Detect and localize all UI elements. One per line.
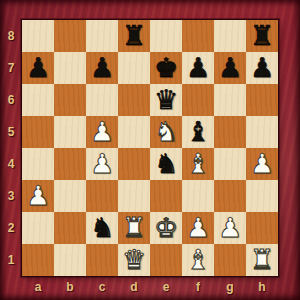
piece-black-knight-c2[interactable]: ♞: [90, 212, 114, 244]
square-c3[interactable]: [86, 180, 118, 212]
square-d4[interactable]: [118, 148, 150, 180]
square-g5[interactable]: [214, 116, 246, 148]
piece-black-pawn-f7[interactable]: ♟: [186, 52, 210, 84]
square-a1[interactable]: [22, 244, 54, 276]
square-f2[interactable]: ♟: [182, 212, 214, 244]
piece-black-pawn-h7[interactable]: ♟: [250, 52, 274, 84]
square-f1[interactable]: ♝: [182, 244, 214, 276]
piece-black-knight-e4[interactable]: ♞: [154, 148, 178, 180]
square-d5[interactable]: [118, 116, 150, 148]
piece-white-bishop-f4[interactable]: ♝: [186, 148, 210, 180]
piece-white-king-e2[interactable]: ♚: [154, 212, 178, 244]
square-a2[interactable]: [22, 212, 54, 244]
rank-labels: 87654321: [0, 20, 22, 276]
square-b8[interactable]: [54, 20, 86, 52]
piece-black-rook-h8[interactable]: ♜: [250, 20, 274, 52]
square-g4[interactable]: [214, 148, 246, 180]
square-g2[interactable]: ♟: [214, 212, 246, 244]
square-h8[interactable]: ♜: [246, 20, 278, 52]
piece-black-pawn-a7[interactable]: ♟: [26, 52, 50, 84]
square-g7[interactable]: ♟: [214, 52, 246, 84]
square-b3[interactable]: [54, 180, 86, 212]
piece-white-pawn-f2[interactable]: ♟: [186, 212, 210, 244]
square-f4[interactable]: ♝: [182, 148, 214, 180]
square-c4[interactable]: ♟: [86, 148, 118, 180]
rank-label-8: 8: [0, 20, 22, 52]
square-a5[interactable]: [22, 116, 54, 148]
rank-label-6: 6: [0, 84, 22, 116]
square-d7[interactable]: [118, 52, 150, 84]
square-b1[interactable]: [54, 244, 86, 276]
square-b4[interactable]: [54, 148, 86, 180]
rank-label-7: 7: [0, 52, 22, 84]
square-e5[interactable]: ♞: [150, 116, 182, 148]
piece-white-rook-d2[interactable]: ♜: [122, 212, 146, 244]
square-c8[interactable]: [86, 20, 118, 52]
rank-label-1: 1: [0, 244, 22, 276]
square-e7[interactable]: ♚: [150, 52, 182, 84]
square-e8[interactable]: [150, 20, 182, 52]
file-label-e: e: [150, 276, 182, 298]
square-e6[interactable]: ♛: [150, 84, 182, 116]
square-b5[interactable]: [54, 116, 86, 148]
piece-black-pawn-g7[interactable]: ♟: [218, 52, 242, 84]
piece-black-rook-d8[interactable]: ♜: [122, 20, 146, 52]
file-label-b: b: [54, 276, 86, 298]
file-label-d: d: [118, 276, 150, 298]
square-e3[interactable]: [150, 180, 182, 212]
piece-white-rook-h1[interactable]: ♜: [250, 244, 274, 276]
square-f8[interactable]: [182, 20, 214, 52]
piece-white-pawn-a3[interactable]: ♟: [26, 180, 50, 212]
square-a7[interactable]: ♟: [22, 52, 54, 84]
square-c6[interactable]: [86, 84, 118, 116]
square-h6[interactable]: [246, 84, 278, 116]
square-b2[interactable]: [54, 212, 86, 244]
square-h5[interactable]: [246, 116, 278, 148]
piece-white-pawn-c5[interactable]: ♟: [90, 116, 114, 148]
square-c1[interactable]: [86, 244, 118, 276]
piece-black-king-e7[interactable]: ♚: [154, 52, 178, 84]
square-f5[interactable]: ♝: [182, 116, 214, 148]
square-d6[interactable]: [118, 84, 150, 116]
rank-label-2: 2: [0, 212, 22, 244]
square-h1[interactable]: ♜: [246, 244, 278, 276]
square-e2[interactable]: ♚: [150, 212, 182, 244]
square-a3[interactable]: ♟: [22, 180, 54, 212]
square-b7[interactable]: [54, 52, 86, 84]
square-d8[interactable]: ♜: [118, 20, 150, 52]
square-b6[interactable]: [54, 84, 86, 116]
square-f7[interactable]: ♟: [182, 52, 214, 84]
rank-label-4: 4: [0, 148, 22, 180]
square-d3[interactable]: [118, 180, 150, 212]
square-e4[interactable]: ♞: [150, 148, 182, 180]
chess-board[interactable]: ♜♜♟♟♚♟♟♟♛♟♞♝♟♞♝♟♟♞♜♚♟♟♛♝♜: [22, 20, 278, 276]
piece-black-bishop-f5[interactable]: ♝: [186, 116, 210, 148]
file-label-c: c: [86, 276, 118, 298]
file-label-a: a: [22, 276, 54, 298]
square-d2[interactable]: ♜: [118, 212, 150, 244]
square-c5[interactable]: ♟: [86, 116, 118, 148]
square-c7[interactable]: ♟: [86, 52, 118, 84]
square-h3[interactable]: [246, 180, 278, 212]
board-frame: 87654321 abcdefgh ♜♜♟♟♚♟♟♟♛♟♞♝♟♞♝♟♟♞♜♚♟♟…: [0, 0, 300, 300]
piece-black-pawn-c7[interactable]: ♟: [90, 52, 114, 84]
rank-label-5: 5: [0, 116, 22, 148]
square-c2[interactable]: ♞: [86, 212, 118, 244]
square-g6[interactable]: [214, 84, 246, 116]
square-h7[interactable]: ♟: [246, 52, 278, 84]
square-e1[interactable]: [150, 244, 182, 276]
square-f3[interactable]: [182, 180, 214, 212]
square-g3[interactable]: [214, 180, 246, 212]
file-label-f: f: [182, 276, 214, 298]
piece-white-bishop-f1[interactable]: ♝: [186, 244, 210, 276]
file-label-h: h: [246, 276, 278, 298]
square-a6[interactable]: [22, 84, 54, 116]
piece-white-pawn-c4[interactable]: ♟: [90, 148, 114, 180]
square-d1[interactable]: ♛: [118, 244, 150, 276]
piece-white-knight-e5[interactable]: ♞: [154, 116, 178, 148]
square-h4[interactable]: ♟: [246, 148, 278, 180]
piece-white-pawn-g2[interactable]: ♟: [218, 212, 242, 244]
piece-black-queen-e6[interactable]: ♛: [154, 84, 178, 116]
square-g1[interactable]: [214, 244, 246, 276]
square-g8[interactable]: [214, 20, 246, 52]
rank-label-3: 3: [0, 180, 22, 212]
piece-white-pawn-h4[interactable]: ♟: [250, 148, 274, 180]
file-labels: abcdefgh: [22, 276, 278, 298]
piece-white-queen-d1[interactable]: ♛: [122, 244, 146, 276]
square-f6[interactable]: [182, 84, 214, 116]
square-h2[interactable]: [246, 212, 278, 244]
square-a8[interactable]: [22, 20, 54, 52]
square-a4[interactable]: [22, 148, 54, 180]
file-label-g: g: [214, 276, 246, 298]
